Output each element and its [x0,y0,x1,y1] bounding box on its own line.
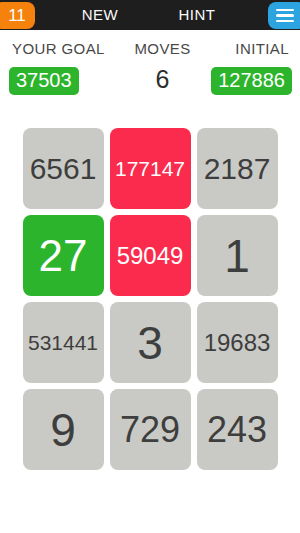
tile-2187[interactable]: 2187 [197,128,278,209]
level-badge: 11 [0,2,35,29]
level-value: 11 [8,6,26,26]
tile-531441[interactable]: 531441 [23,302,104,383]
tile-19683[interactable]: 19683 [197,302,278,383]
tile-59049[interactable]: 59049 [110,215,191,296]
tile-729[interactable]: 729 [110,389,191,470]
goal-value-badge: 37503 [9,67,79,95]
tile-177147[interactable]: 177147 [110,128,191,209]
moves-label: MOVES [131,40,193,57]
top-bar: 11 NEW HINT [0,0,300,30]
hint-button[interactable]: HINT [164,0,230,30]
initial-label: INITIAL [232,40,292,57]
moves-value: 6 [156,65,170,94]
menu-button[interactable] [268,2,300,29]
new-game-button[interactable]: NEW [67,0,133,30]
tile-9[interactable]: 9 [23,389,104,470]
board[interactable]: 6561177147218727590491531441319683972924… [0,128,300,470]
initial-value-badge: 127886 [211,67,292,95]
initial-stat: INITIAL 127886 [211,40,292,95]
tile-3[interactable]: 3 [110,302,191,383]
tile-1[interactable]: 1 [197,215,278,296]
tile-243[interactable]: 243 [197,389,278,470]
tile-27[interactable]: 27 [23,215,104,296]
hamburger-icon [276,6,294,26]
goal-label: YOUR GOAL [9,40,108,57]
tile-6561[interactable]: 6561 [23,128,104,209]
goal-stat: YOUR GOAL 37503 [9,40,108,95]
stats-row: YOUR GOAL 37503 MOVES 6 INITIAL 127886 [0,40,300,95]
moves-stat: MOVES 6 [131,40,193,95]
